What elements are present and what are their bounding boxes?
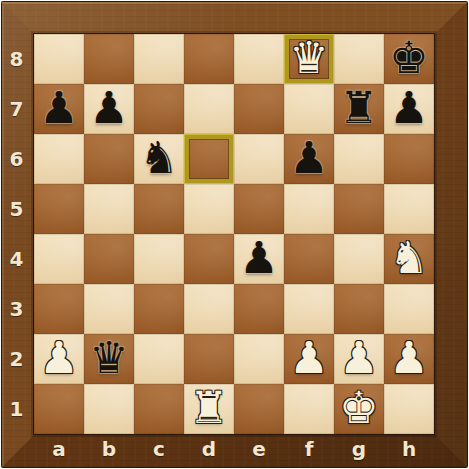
square-b1[interactable]	[84, 384, 134, 434]
square-b2[interactable]: ♛	[84, 334, 134, 384]
square-c1[interactable]	[134, 384, 184, 434]
square-f8[interactable]: ♛	[284, 34, 334, 84]
piece-black-pawn[interactable]: ♟	[39, 86, 78, 130]
square-b8[interactable]	[84, 34, 134, 84]
piece-white-king[interactable]: ♚	[339, 386, 378, 430]
square-f2[interactable]: ♟	[284, 334, 334, 384]
square-b3[interactable]	[84, 284, 134, 334]
square-h7[interactable]: ♟	[384, 84, 434, 134]
piece-white-knight[interactable]: ♞	[389, 236, 428, 280]
square-g2[interactable]: ♟	[334, 334, 384, 384]
square-d6[interactable]	[184, 134, 234, 184]
square-a7[interactable]: ♟	[34, 84, 84, 134]
square-c3[interactable]	[134, 284, 184, 334]
square-a3[interactable]	[34, 284, 84, 334]
square-c5[interactable]	[134, 184, 184, 234]
piece-white-pawn[interactable]: ♟	[289, 336, 328, 380]
square-c8[interactable]	[134, 34, 184, 84]
square-b4[interactable]	[84, 234, 134, 284]
square-g6[interactable]	[334, 134, 384, 184]
square-e4[interactable]: ♟	[234, 234, 284, 284]
square-d7[interactable]	[184, 84, 234, 134]
square-a5[interactable]	[34, 184, 84, 234]
square-a8[interactable]	[34, 34, 84, 84]
square-c6[interactable]: ♞	[134, 134, 184, 184]
square-f3[interactable]	[284, 284, 334, 334]
square-h4[interactable]: ♞	[384, 234, 434, 284]
square-d2[interactable]	[184, 334, 234, 384]
chess-board: ♛♚♟♟♜♟♞♟♟♞♟♛♟♟♟♜♚	[34, 34, 434, 434]
square-d8[interactable]	[184, 34, 234, 84]
piece-white-rook[interactable]: ♜	[189, 386, 228, 430]
piece-white-pawn[interactable]: ♟	[339, 336, 378, 380]
square-a4[interactable]	[34, 234, 84, 284]
piece-black-pawn[interactable]: ♟	[89, 86, 128, 130]
square-g5[interactable]	[334, 184, 384, 234]
square-c2[interactable]	[134, 334, 184, 384]
piece-white-pawn[interactable]: ♟	[389, 336, 428, 380]
square-g1[interactable]: ♚	[334, 384, 384, 434]
piece-black-pawn[interactable]: ♟	[289, 136, 328, 180]
square-f1[interactable]	[284, 384, 334, 434]
square-d3[interactable]	[184, 284, 234, 334]
square-h2[interactable]: ♟	[384, 334, 434, 384]
piece-black-pawn[interactable]: ♟	[389, 86, 428, 130]
chessboard-widget: ♛♚♟♟♜♟♞♟♟♞♟♛♟♟♟♜♚ 87654321abcdefgh	[0, 0, 469, 469]
piece-black-rook[interactable]: ♜	[339, 86, 378, 130]
square-h8[interactable]: ♚	[384, 34, 434, 84]
square-e6[interactable]	[234, 134, 284, 184]
square-f6[interactable]: ♟	[284, 134, 334, 184]
square-a1[interactable]	[34, 384, 84, 434]
square-e2[interactable]	[234, 334, 284, 384]
square-d5[interactable]	[184, 184, 234, 234]
square-e1[interactable]	[234, 384, 284, 434]
square-e5[interactable]	[234, 184, 284, 234]
square-g8[interactable]	[334, 34, 384, 84]
square-c7[interactable]	[134, 84, 184, 134]
piece-black-queen[interactable]: ♛	[89, 336, 128, 380]
square-g3[interactable]	[334, 284, 384, 334]
square-h1[interactable]	[384, 384, 434, 434]
square-b5[interactable]	[84, 184, 134, 234]
piece-black-knight[interactable]: ♞	[139, 136, 178, 180]
piece-white-pawn[interactable]: ♟	[39, 336, 78, 380]
square-e3[interactable]	[234, 284, 284, 334]
square-d1[interactable]: ♜	[184, 384, 234, 434]
piece-black-pawn[interactable]: ♟	[239, 236, 278, 280]
square-f4[interactable]	[284, 234, 334, 284]
square-e7[interactable]	[234, 84, 284, 134]
square-h6[interactable]	[384, 134, 434, 184]
square-h3[interactable]	[384, 284, 434, 334]
square-b7[interactable]: ♟	[84, 84, 134, 134]
square-f7[interactable]	[284, 84, 334, 134]
square-h5[interactable]	[384, 184, 434, 234]
square-a2[interactable]: ♟	[34, 334, 84, 384]
square-f5[interactable]	[284, 184, 334, 234]
square-a6[interactable]	[34, 134, 84, 184]
piece-white-queen[interactable]: ♛	[289, 36, 328, 80]
square-d4[interactable]	[184, 234, 234, 284]
square-b6[interactable]	[84, 134, 134, 184]
piece-black-king[interactable]: ♚	[389, 36, 428, 80]
square-g4[interactable]	[334, 234, 384, 284]
square-g7[interactable]: ♜	[334, 84, 384, 134]
square-e8[interactable]	[234, 34, 284, 84]
square-c4[interactable]	[134, 234, 184, 284]
